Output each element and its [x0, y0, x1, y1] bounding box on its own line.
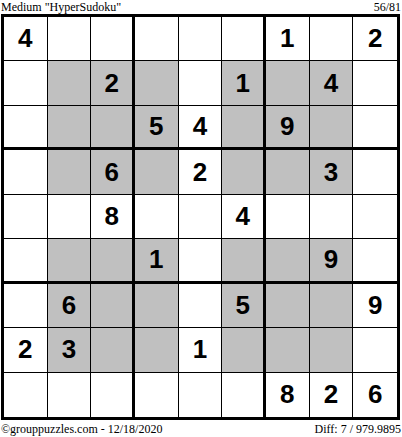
cell-r5c8[interactable]: [310, 195, 354, 239]
cell-r2c8[interactable]: 4: [310, 61, 354, 105]
cell-r9c8[interactable]: 2: [310, 373, 354, 417]
cell-r9c3[interactable]: [91, 373, 135, 417]
cell-r9c6[interactable]: [222, 373, 266, 417]
cell-r4c9[interactable]: [353, 150, 397, 194]
cell-r8c6[interactable]: [222, 328, 266, 372]
cell-r3c8[interactable]: [310, 106, 354, 150]
cell-r9c9[interactable]: 6: [353, 373, 397, 417]
cell-r1c1[interactable]: 4: [4, 17, 48, 61]
cell-r2c2[interactable]: [48, 61, 92, 105]
cell-r8c5[interactable]: 1: [179, 328, 223, 372]
cell-r4c1[interactable]: [4, 150, 48, 194]
cell-r1c5[interactable]: [179, 17, 223, 61]
cell-r8c8[interactable]: [310, 328, 354, 372]
cell-r7c6[interactable]: 5: [222, 284, 266, 328]
cell-r5c6[interactable]: 4: [222, 195, 266, 239]
cell-r8c1[interactable]: 2: [4, 328, 48, 372]
cell-r7c5[interactable]: [179, 284, 223, 328]
cell-r7c3[interactable]: [91, 284, 135, 328]
cell-r7c2[interactable]: 6: [48, 284, 92, 328]
cell-r7c9[interactable]: 9: [353, 284, 397, 328]
cell-r8c2[interactable]: 3: [48, 328, 92, 372]
cell-r5c1[interactable]: [4, 195, 48, 239]
header: Medium "HyperSudoku" 56/81: [0, 0, 402, 14]
cell-r8c9[interactable]: [353, 328, 397, 372]
cell-r9c4[interactable]: [135, 373, 179, 417]
cell-r3c9[interactable]: [353, 106, 397, 150]
cell-r2c3[interactable]: 2: [91, 61, 135, 105]
cell-r7c1[interactable]: [4, 284, 48, 328]
copyright: ©grouppuzzles.com - 12/18/2020: [1, 422, 162, 437]
cell-r9c1[interactable]: [4, 373, 48, 417]
cell-r6c6[interactable]: [222, 239, 266, 283]
cell-r9c2[interactable]: [48, 373, 92, 417]
cell-r8c3[interactable]: [91, 328, 135, 372]
cell-r1c6[interactable]: [222, 17, 266, 61]
cell-r4c6[interactable]: [222, 150, 266, 194]
cell-r1c7[interactable]: 1: [266, 17, 310, 61]
cell-r4c2[interactable]: [48, 150, 92, 194]
cell-r5c5[interactable]: [179, 195, 223, 239]
cell-r5c9[interactable]: [353, 195, 397, 239]
cell-r1c2[interactable]: [48, 17, 92, 61]
cell-r2c5[interactable]: [179, 61, 223, 105]
cell-r7c7[interactable]: [266, 284, 310, 328]
cell-r5c7[interactable]: [266, 195, 310, 239]
cell-r6c2[interactable]: [48, 239, 92, 283]
cells-remaining-counter: 56/81: [374, 1, 401, 14]
cell-r4c5[interactable]: 2: [179, 150, 223, 194]
cell-r3c1[interactable]: [4, 106, 48, 150]
cell-r2c4[interactable]: [135, 61, 179, 105]
cell-r4c4[interactable]: [135, 150, 179, 194]
cell-r6c5[interactable]: [179, 239, 223, 283]
cell-r7c4[interactable]: [135, 284, 179, 328]
cell-r6c7[interactable]: [266, 239, 310, 283]
cell-r2c1[interactable]: [4, 61, 48, 105]
footer: ©grouppuzzles.com - 12/18/2020 Diff: 7 /…: [0, 421, 402, 437]
puzzle-page: Medium "HyperSudoku" 56/81 4122145496238…: [0, 0, 402, 437]
cell-r4c3[interactable]: 6: [91, 150, 135, 194]
cell-r3c2[interactable]: [48, 106, 92, 150]
cell-r9c5[interactable]: [179, 373, 223, 417]
cell-r5c3[interactable]: 8: [91, 195, 135, 239]
cell-r6c9[interactable]: [353, 239, 397, 283]
cell-r3c3[interactable]: [91, 106, 135, 150]
cell-r1c8[interactable]: [310, 17, 354, 61]
cell-r3c6[interactable]: [222, 106, 266, 150]
cell-r4c8[interactable]: 3: [310, 150, 354, 194]
cell-r6c4[interactable]: 1: [135, 239, 179, 283]
cell-r7c8[interactable]: [310, 284, 354, 328]
cell-r5c2[interactable]: [48, 195, 92, 239]
cell-r3c4[interactable]: 5: [135, 106, 179, 150]
cell-r6c1[interactable]: [4, 239, 48, 283]
cell-r6c8[interactable]: 9: [310, 239, 354, 283]
cell-r3c7[interactable]: 9: [266, 106, 310, 150]
cell-r2c6[interactable]: 1: [222, 61, 266, 105]
cell-r8c4[interactable]: [135, 328, 179, 372]
puzzle-title: Medium "HyperSudoku": [1, 1, 121, 14]
cell-r6c3[interactable]: [91, 239, 135, 283]
sudoku-board: 4122145496238419659231826: [1, 14, 400, 420]
cell-r1c9[interactable]: 2: [353, 17, 397, 61]
cell-r9c7[interactable]: 8: [266, 373, 310, 417]
cell-r8c7[interactable]: [266, 328, 310, 372]
cell-r4c7[interactable]: [266, 150, 310, 194]
cell-r1c3[interactable]: [91, 17, 135, 61]
difficulty: Diff: 7 / 979.9895: [315, 422, 401, 437]
cell-r5c4[interactable]: [135, 195, 179, 239]
cell-r2c9[interactable]: [353, 61, 397, 105]
cell-r3c5[interactable]: 4: [179, 106, 223, 150]
cell-r2c7[interactable]: [266, 61, 310, 105]
cell-r1c4[interactable]: [135, 17, 179, 61]
